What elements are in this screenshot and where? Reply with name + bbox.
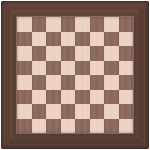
square-c8[interactable] [46,17,61,32]
square-a8[interactable] [17,17,32,32]
square-f7[interactable] [90,32,105,47]
square-h1[interactable] [119,119,134,134]
square-d8[interactable] [61,17,76,32]
square-b3[interactable] [32,90,47,105]
square-b5[interactable] [32,61,47,76]
square-f2[interactable] [90,104,105,119]
square-b6[interactable] [32,46,47,61]
square-f4[interactable] [90,75,105,90]
square-e7[interactable] [75,32,90,47]
square-f6[interactable] [90,46,105,61]
square-b2[interactable] [32,104,47,119]
square-g3[interactable] [104,90,119,105]
square-h8[interactable] [119,17,134,32]
square-e2[interactable] [75,104,90,119]
square-e3[interactable] [75,90,90,105]
square-g1[interactable] [104,119,119,134]
square-g6[interactable] [104,46,119,61]
playing-area [17,17,133,133]
square-a3[interactable] [17,90,32,105]
square-d6[interactable] [61,46,76,61]
square-c6[interactable] [46,46,61,61]
square-f5[interactable] [90,61,105,76]
square-e6[interactable] [75,46,90,61]
square-e5[interactable] [75,61,90,76]
square-a1[interactable] [17,119,32,134]
square-c4[interactable] [46,75,61,90]
square-c7[interactable] [46,32,61,47]
square-b4[interactable] [32,75,47,90]
square-a2[interactable] [17,104,32,119]
chess-board [1,1,149,149]
square-h4[interactable] [119,75,134,90]
square-g4[interactable] [104,75,119,90]
square-b7[interactable] [32,32,47,47]
board-photo [0,0,150,150]
square-d5[interactable] [61,61,76,76]
square-h3[interactable] [119,90,134,105]
square-c3[interactable] [46,90,61,105]
square-g7[interactable] [104,32,119,47]
square-d1[interactable] [61,119,76,134]
square-b8[interactable] [32,17,47,32]
square-c2[interactable] [46,104,61,119]
square-f3[interactable] [90,90,105,105]
square-h5[interactable] [119,61,134,76]
square-h2[interactable] [119,104,134,119]
square-c5[interactable] [46,61,61,76]
square-a4[interactable] [17,75,32,90]
square-e1[interactable] [75,119,90,134]
square-b1[interactable] [32,119,47,134]
square-f1[interactable] [90,119,105,134]
square-c1[interactable] [46,119,61,134]
square-h6[interactable] [119,46,134,61]
square-d4[interactable] [61,75,76,90]
square-a5[interactable] [17,61,32,76]
square-g5[interactable] [104,61,119,76]
square-f8[interactable] [90,17,105,32]
square-d2[interactable] [61,104,76,119]
square-a6[interactable] [17,46,32,61]
square-h7[interactable] [119,32,134,47]
square-g2[interactable] [104,104,119,119]
square-e8[interactable] [75,17,90,32]
square-d3[interactable] [61,90,76,105]
square-e4[interactable] [75,75,90,90]
square-g8[interactable] [104,17,119,32]
square-d7[interactable] [61,32,76,47]
square-a7[interactable] [17,32,32,47]
